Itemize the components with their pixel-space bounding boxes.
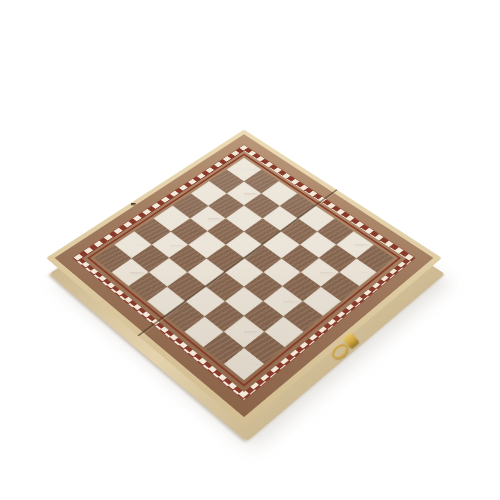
product-photo: ♜♟♟♜♞♟♟♞♝♟♟♝♚♟♟♚♛♟♟♛♝♟♟♝♞♟♟♞♜♟♟♜ <box>0 0 500 500</box>
chess-board-box: ♜♟♟♜♞♟♟♞♝♟♟♝♚♟♟♚♛♟♟♛♝♟♟♝♞♟♟♞♜♟♟♜ <box>46 129 442 425</box>
